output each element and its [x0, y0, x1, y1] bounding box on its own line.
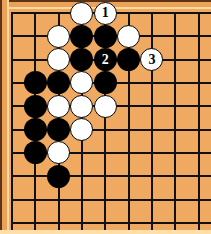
stone-white — [47, 48, 70, 71]
stone-black — [47, 118, 70, 141]
grid-hline — [11, 199, 211, 201]
stone-white — [47, 25, 70, 48]
stone-white — [94, 95, 117, 118]
move-number-label: 3 — [148, 52, 155, 66]
grid-vline — [174, 12, 176, 230]
stone-black — [94, 71, 117, 94]
stone-black — [24, 95, 47, 118]
move-number-label: 2 — [102, 52, 109, 66]
stone-black — [47, 165, 70, 188]
grid-hline — [11, 175, 211, 177]
stone-black — [24, 71, 47, 94]
grid-hline — [11, 222, 211, 224]
stone-black — [70, 25, 93, 48]
stone-white — [70, 95, 93, 118]
page-background-strip — [0, 230, 211, 234]
grid-vline — [11, 12, 13, 230]
stone-white — [70, 118, 93, 141]
stone-white — [70, 2, 93, 25]
stone-black — [24, 141, 47, 164]
stone-black — [94, 25, 117, 48]
stone-black — [24, 118, 47, 141]
board-frame-left — [0, 0, 9, 230]
stone-white-move-1: 1 — [94, 2, 117, 25]
stone-black — [70, 48, 93, 71]
stone-black-move-2: 2 — [94, 48, 117, 71]
stone-white — [47, 141, 70, 164]
move-number-label: 1 — [102, 6, 109, 20]
stone-black — [47, 71, 70, 94]
stone-white — [47, 95, 70, 118]
stone-white-move-3: 3 — [140, 48, 163, 71]
grid-vline — [151, 12, 153, 230]
grid-vline — [198, 12, 200, 230]
stone-white — [117, 25, 140, 48]
stone-black — [117, 48, 140, 71]
stone-white — [70, 71, 93, 94]
go-board: 123 — [0, 0, 211, 234]
